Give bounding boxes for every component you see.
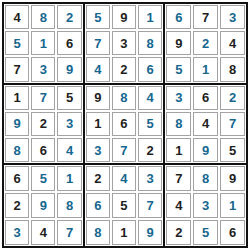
sudoku-cell-r7c5[interactable]: 4: [112, 166, 136, 191]
sudoku-cell-r2c4[interactable]: 7: [86, 31, 110, 55]
sudoku-cell-r3c2[interactable]: 3: [31, 57, 55, 81]
sudoku-box-5: 984165372: [85, 85, 166, 166]
sudoku-cell-r1c8[interactable]: 7: [193, 5, 218, 29]
sudoku-cell-r4c1[interactable]: 1: [5, 86, 29, 110]
sudoku-cell-r2c5[interactable]: 3: [112, 31, 136, 55]
sudoku-cell-r7c4[interactable]: 2: [86, 166, 110, 191]
sudoku-cell-r6c5[interactable]: 7: [112, 138, 136, 162]
sudoku-cell-r6c4[interactable]: 3: [86, 138, 110, 162]
sudoku-cell-r3c4[interactable]: 4: [86, 57, 110, 81]
sudoku-cell-r7c8[interactable]: 8: [193, 166, 218, 191]
sudoku-cell-r3c7[interactable]: 5: [166, 57, 191, 81]
sudoku-cell-r8c2[interactable]: 9: [31, 193, 55, 218]
sudoku-cell-r9c3[interactable]: 7: [57, 220, 81, 245]
sudoku-cell-r9c2[interactable]: 4: [31, 220, 55, 245]
sudoku-cell-r1c1[interactable]: 4: [5, 5, 29, 29]
sudoku-cell-r3c8[interactable]: 1: [193, 57, 218, 81]
sudoku-cell-r2c9[interactable]: 4: [220, 31, 245, 55]
sudoku-cell-r2c8[interactable]: 2: [193, 31, 218, 55]
sudoku-cell-r3c9[interactable]: 8: [220, 57, 245, 81]
sudoku-cell-r6c3[interactable]: 4: [57, 138, 81, 162]
sudoku-cell-r4c4[interactable]: 9: [86, 86, 110, 110]
sudoku-cell-r4c3[interactable]: 5: [57, 86, 81, 110]
sudoku-cell-r4c9[interactable]: 2: [220, 86, 245, 110]
sudoku-box-9: 789431256: [165, 165, 246, 246]
sudoku-box-1: 482516739: [4, 4, 85, 85]
sudoku-cell-r3c6[interactable]: 6: [138, 57, 162, 81]
sudoku-cell-r6c1[interactable]: 8: [5, 138, 29, 162]
sudoku-cell-r4c8[interactable]: 6: [193, 86, 218, 110]
sudoku-cell-r5c9[interactable]: 7: [220, 112, 245, 136]
sudoku-cell-r7c1[interactable]: 6: [5, 166, 29, 191]
sudoku-cell-r1c7[interactable]: 6: [166, 5, 191, 29]
sudoku-cell-r2c7[interactable]: 9: [166, 31, 191, 55]
sudoku-cell-r2c6[interactable]: 8: [138, 31, 162, 55]
sudoku-cell-r3c5[interactable]: 2: [112, 57, 136, 81]
sudoku-cell-r1c3[interactable]: 2: [57, 5, 81, 29]
sudoku-cell-r1c4[interactable]: 5: [86, 5, 110, 29]
sudoku-board: 4825167395917384266739245181759238649841…: [2, 2, 248, 248]
sudoku-cell-r4c2[interactable]: 7: [31, 86, 55, 110]
sudoku-box-3: 673924518: [165, 4, 246, 85]
sudoku-cell-r1c6[interactable]: 1: [138, 5, 162, 29]
sudoku-cell-r6c7[interactable]: 1: [166, 138, 191, 162]
sudoku-cell-r1c2[interactable]: 8: [31, 5, 55, 29]
sudoku-cell-r5c4[interactable]: 1: [86, 112, 110, 136]
sudoku-box-7: 651298347: [4, 165, 85, 246]
sudoku-cell-r9c9[interactable]: 6: [220, 220, 245, 245]
sudoku-cell-r1c9[interactable]: 3: [220, 5, 245, 29]
sudoku-box-2: 591738426: [85, 4, 166, 85]
sudoku-cell-r5c7[interactable]: 8: [166, 112, 191, 136]
sudoku-cell-r7c9[interactable]: 9: [220, 166, 245, 191]
sudoku-cell-r4c6[interactable]: 4: [138, 86, 162, 110]
sudoku-cell-r2c1[interactable]: 5: [5, 31, 29, 55]
sudoku-cell-r2c2[interactable]: 1: [31, 31, 55, 55]
sudoku-cell-r5c3[interactable]: 3: [57, 112, 81, 136]
sudoku-cell-r8c8[interactable]: 3: [193, 193, 218, 218]
sudoku-cell-r9c6[interactable]: 9: [138, 220, 162, 245]
sudoku-cell-r5c5[interactable]: 6: [112, 112, 136, 136]
sudoku-cell-r9c1[interactable]: 3: [5, 220, 29, 245]
sudoku-box-6: 362847195: [165, 85, 246, 166]
sudoku-cell-r8c6[interactable]: 7: [138, 193, 162, 218]
sudoku-cell-r8c1[interactable]: 2: [5, 193, 29, 218]
sudoku-cell-r7c7[interactable]: 7: [166, 166, 191, 191]
sudoku-box-8: 243657819: [85, 165, 166, 246]
sudoku-cell-r8c7[interactable]: 4: [166, 193, 191, 218]
sudoku-cell-r6c8[interactable]: 9: [193, 138, 218, 162]
sudoku-cell-r6c9[interactable]: 5: [220, 138, 245, 162]
sudoku-cell-r5c6[interactable]: 5: [138, 112, 162, 136]
sudoku-cell-r8c5[interactable]: 5: [112, 193, 136, 218]
sudoku-cell-r6c6[interactable]: 2: [138, 138, 162, 162]
sudoku-cell-r7c2[interactable]: 5: [31, 166, 55, 191]
sudoku-cell-r7c6[interactable]: 3: [138, 166, 162, 191]
sudoku-cell-r7c3[interactable]: 1: [57, 166, 81, 191]
sudoku-cell-r1c5[interactable]: 9: [112, 5, 136, 29]
sudoku-cell-r9c4[interactable]: 8: [86, 220, 110, 245]
sudoku-cell-r5c2[interactable]: 2: [31, 112, 55, 136]
sudoku-cell-r9c7[interactable]: 2: [166, 220, 191, 245]
sudoku-cell-r4c7[interactable]: 3: [166, 86, 191, 110]
sudoku-cell-r9c8[interactable]: 5: [193, 220, 218, 245]
sudoku-cell-r6c2[interactable]: 6: [31, 138, 55, 162]
sudoku-cell-r3c3[interactable]: 9: [57, 57, 81, 81]
sudoku-cell-r5c8[interactable]: 4: [193, 112, 218, 136]
sudoku-cell-r4c5[interactable]: 8: [112, 86, 136, 110]
sudoku-cell-r9c5[interactable]: 1: [112, 220, 136, 245]
sudoku-cell-r2c3[interactable]: 6: [57, 31, 81, 55]
sudoku-cell-r3c1[interactable]: 7: [5, 57, 29, 81]
sudoku-cell-r5c1[interactable]: 9: [5, 112, 29, 136]
sudoku-cell-r8c3[interactable]: 8: [57, 193, 81, 218]
sudoku-cell-r8c4[interactable]: 6: [86, 193, 110, 218]
sudoku-cell-r8c9[interactable]: 1: [220, 193, 245, 218]
sudoku-box-4: 175923864: [4, 85, 85, 166]
